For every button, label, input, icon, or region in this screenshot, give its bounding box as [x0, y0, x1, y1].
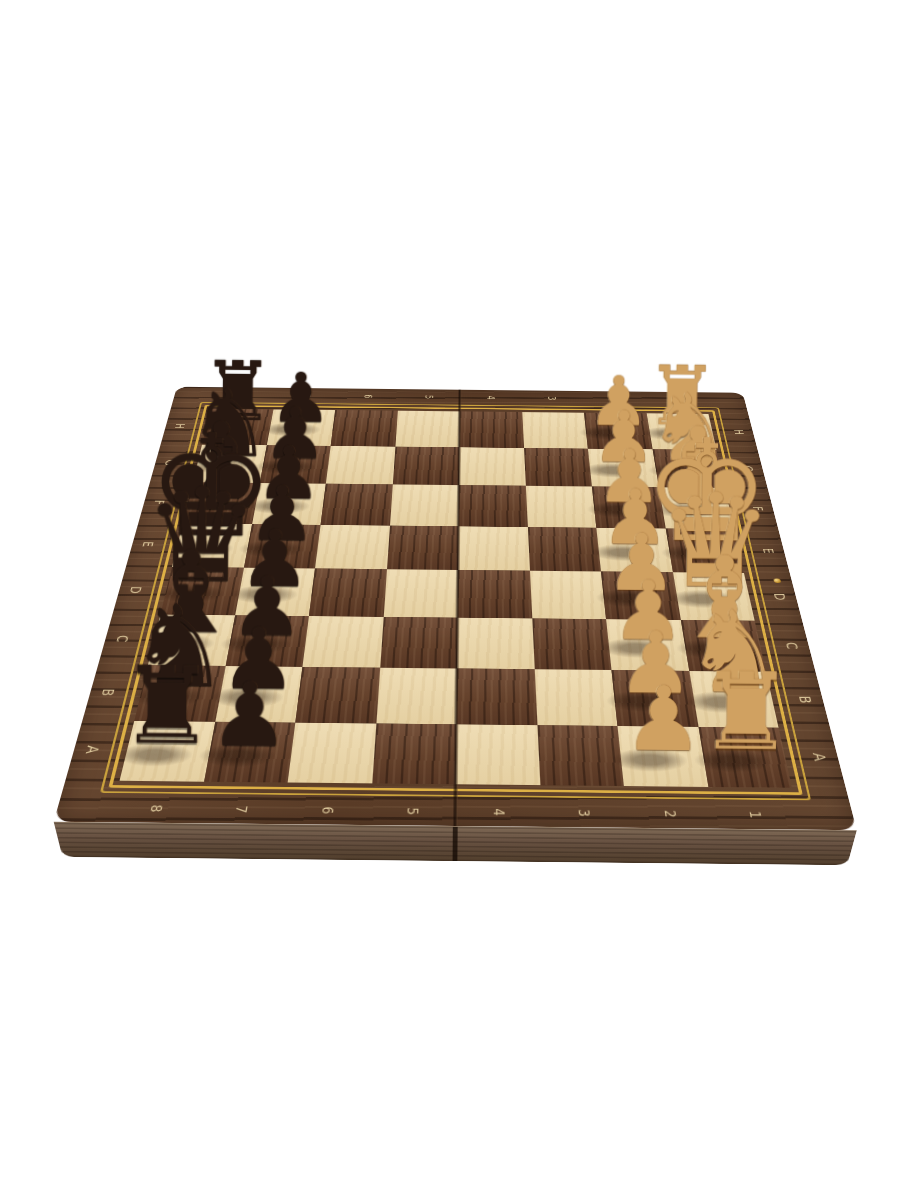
square-g4[interactable] [459, 447, 526, 486]
square-f5[interactable] [390, 484, 459, 526]
square-f4[interactable] [458, 485, 527, 527]
square-d5[interactable] [383, 569, 458, 617]
label-4-rank-labels-top: 4 [460, 390, 522, 406]
square-f6[interactable] [321, 484, 393, 526]
square-a7[interactable]: ♟ [204, 721, 296, 782]
square-h4[interactable] [459, 411, 523, 447]
square-d3[interactable] [529, 571, 606, 619]
square-h6[interactable] [331, 410, 398, 446]
square-a3[interactable] [537, 725, 624, 786]
board-grid: ♜♟♟♜♞♟♟♞♝♟♟♝♚♟♟♚♛♟♟♛♝♟♟♝♞♟♟♞♜♟♟♜ [120, 409, 792, 788]
square-d6[interactable] [309, 569, 387, 617]
square-h3[interactable] [522, 412, 588, 448]
square-a1[interactable]: ♜ [698, 727, 792, 788]
square-b5[interactable] [376, 668, 457, 724]
square-c3[interactable] [532, 618, 612, 670]
square-a8[interactable]: ♜ [120, 721, 215, 782]
label-5-rank-labels-top: 5 [398, 389, 460, 405]
piece-bP-a7[interactable]: ♟ [209, 670, 290, 760]
square-b6[interactable] [295, 667, 379, 723]
square-c6[interactable] [302, 616, 383, 668]
square-c5[interactable] [380, 617, 458, 669]
scene-3d: HGFEDCBA HGFEDCBA 87654321 87654321 ♜♟♟♜… [0, 0, 900, 1200]
square-h5[interactable] [395, 411, 460, 447]
square-e6[interactable] [315, 525, 390, 570]
fold-seam-front [453, 827, 458, 861]
square-a5[interactable] [372, 723, 457, 784]
piece-wR-a1[interactable]: ♜ [698, 660, 795, 768]
board-front-edge [54, 822, 857, 865]
label-3-rank-labels-top: 3 [521, 390, 584, 406]
piece-bR-a8[interactable]: ♜ [118, 654, 215, 762]
square-f3[interactable] [525, 486, 596, 528]
piece-wP-a2[interactable]: ♟ [623, 675, 704, 765]
chess-board: HGFEDCBA HGFEDCBA 87654321 87654321 ♜♟♟♜… [54, 387, 857, 831]
square-c4[interactable] [457, 617, 534, 669]
photo-background: HGFEDCBA HGFEDCBA 87654321 87654321 ♜♟♟♜… [0, 0, 900, 1200]
square-a2[interactable]: ♟ [617, 726, 707, 787]
square-d4[interactable] [458, 570, 532, 618]
label-6-rank-labels-top: 6 [336, 388, 399, 404]
